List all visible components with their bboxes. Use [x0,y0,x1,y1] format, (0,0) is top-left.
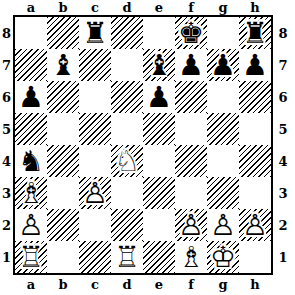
piece-black-knight-a4[interactable]: ♞♞ [15,145,47,177]
square-a8[interactable] [15,17,47,49]
square-h1[interactable] [239,241,271,273]
rank-label-8: 8 [273,17,293,49]
piece-black-pawn-f7[interactable]: ♟♟ [175,49,207,81]
square-a7[interactable] [15,49,47,81]
square-h5[interactable] [239,113,271,145]
rank-label-4: 4 [0,145,13,177]
square-g6[interactable] [207,81,239,113]
square-h7[interactable]: ♟♟ [239,49,271,81]
file-labels-bottom: abcdefgh [15,275,271,294]
rank-label-3: 3 [273,177,293,209]
square-f8[interactable]: ♚♚ [175,17,207,49]
file-label-f: f [175,275,207,294]
piece-black-pawn-a6[interactable]: ♟♟ [15,81,47,113]
square-g3[interactable] [207,177,239,209]
square-a6[interactable]: ♟♟ [15,81,47,113]
square-e8[interactable] [143,17,175,49]
square-c4[interactable] [79,145,111,177]
square-b3[interactable] [47,177,79,209]
square-a2[interactable]: ♟♙ [15,209,47,241]
file-label-d: d [111,275,143,294]
file-label-c: c [79,275,111,294]
square-e3[interactable] [143,177,175,209]
file-label-f: f [175,0,207,15]
piece-black-pawn-e6[interactable]: ♟♟ [143,81,175,113]
rank-label-8: 8 [0,17,13,49]
square-e1[interactable] [143,241,175,273]
piece-glyph: ♞ [18,145,44,177]
square-b1[interactable] [47,241,79,273]
square-c7[interactable] [79,49,111,81]
square-d8[interactable] [111,17,143,49]
piece-glyph: ♝ [50,49,76,81]
rank-label-4: 4 [273,145,293,177]
board-grid: ♜♜♚♚♜♜♝♝♝♝♟♟♟♟♟♟♟♟♟♟♞♞♞♘♝♗♟♙♟♙♟♙♟♙♟♙♜♖♜♖… [13,15,273,275]
piece-glyph: ♟ [210,49,236,81]
piece-white-bishop-a3[interactable]: ♝♗ [15,177,47,209]
piece-glyph: ♘ [114,145,140,177]
square-a3[interactable]: ♝♗ [15,177,47,209]
square-b6[interactable] [47,81,79,113]
piece-glyph: ♟ [242,49,268,81]
square-e7[interactable]: ♝♝ [143,49,175,81]
file-label-d: d [111,0,143,15]
chess-diagram: abcdefgh 87654321 87654321 abcdefgh ♜♜♚♚… [0,0,295,295]
square-c3[interactable]: ♟♙ [79,177,111,209]
square-b8[interactable] [47,17,79,49]
piece-glyph: ♗ [18,177,44,209]
square-g7[interactable]: ♟♟ [207,49,239,81]
piece-glyph: ♝ [146,49,172,81]
piece-white-pawn-f2[interactable]: ♟♙ [175,209,207,241]
piece-white-pawn-c3[interactable]: ♟♙ [79,177,111,209]
square-e2[interactable] [143,209,175,241]
square-f2[interactable]: ♟♙ [175,209,207,241]
file-label-e: e [143,275,175,294]
piece-white-king-g1[interactable]: ♚♔ [207,241,239,273]
piece-white-pawn-h2[interactable]: ♟♙ [239,209,271,241]
piece-black-bishop-b7[interactable]: ♝♝ [47,49,79,81]
rank-label-6: 6 [0,81,13,113]
square-a4[interactable]: ♞♞ [15,145,47,177]
square-d1[interactable]: ♜♖ [111,241,143,273]
square-h4[interactable] [239,145,271,177]
square-h3[interactable] [239,177,271,209]
file-label-a: a [15,0,47,15]
piece-glyph: ♟ [18,81,44,113]
square-f3[interactable] [175,177,207,209]
square-e4[interactable] [143,145,175,177]
piece-glyph: ♔ [210,241,236,273]
square-f1[interactable]: ♝♗ [175,241,207,273]
rank-label-6: 6 [273,81,293,113]
square-a1[interactable]: ♜♖ [15,241,47,273]
piece-black-pawn-h7[interactable]: ♟♟ [239,49,271,81]
piece-black-bishop-e7[interactable]: ♝♝ [143,49,175,81]
piece-black-king-f8[interactable]: ♚♚ [175,17,207,49]
piece-black-rook-h8[interactable]: ♜♜ [239,17,271,49]
square-g1[interactable]: ♚♔ [207,241,239,273]
rank-label-3: 3 [0,177,13,209]
piece-glyph: ♙ [210,209,236,241]
rank-label-5: 5 [273,113,293,145]
file-label-b: b [47,0,79,15]
piece-glyph: ♙ [82,177,108,209]
piece-glyph: ♟ [178,49,204,81]
square-g5[interactable] [207,113,239,145]
square-h2[interactable]: ♟♙ [239,209,271,241]
square-c5[interactable] [79,113,111,145]
rank-label-2: 2 [0,209,13,241]
square-f5[interactable] [175,113,207,145]
rank-label-7: 7 [0,49,13,81]
square-g8[interactable] [207,17,239,49]
piece-white-knight-d4[interactable]: ♞♘ [111,145,143,177]
square-d4[interactable]: ♞♘ [111,145,143,177]
piece-glyph: ♙ [178,209,204,241]
piece-white-rook-a1[interactable]: ♜♖ [15,241,47,273]
piece-glyph: ♜ [242,17,268,49]
square-b5[interactable] [47,113,79,145]
piece-black-rook-c8[interactable]: ♜♜ [79,17,111,49]
piece-glyph: ♟ [146,81,172,113]
rank-label-1: 1 [273,241,293,273]
file-label-a: a [15,275,47,294]
square-c1[interactable] [79,241,111,273]
square-d7[interactable] [111,49,143,81]
piece-glyph: ♜ [82,17,108,49]
file-label-h: h [239,275,271,294]
square-e5[interactable] [143,113,175,145]
piece-glyph: ♙ [242,209,268,241]
piece-glyph: ♖ [114,241,140,273]
square-f7[interactable]: ♟♟ [175,49,207,81]
piece-glyph: ♙ [18,209,44,241]
square-d5[interactable] [111,113,143,145]
square-c2[interactable] [79,209,111,241]
piece-white-bishop-f1[interactable]: ♝♗ [175,241,207,273]
square-f6[interactable] [175,81,207,113]
square-b2[interactable] [47,209,79,241]
piece-white-pawn-g2[interactable]: ♟♙ [207,209,239,241]
square-g2[interactable]: ♟♙ [207,209,239,241]
piece-glyph: ♚ [178,17,204,49]
square-a5[interactable] [15,113,47,145]
square-d3[interactable] [111,177,143,209]
rank-labels-right: 87654321 [273,17,293,273]
rank-label-1: 1 [0,241,13,273]
square-d6[interactable] [111,81,143,113]
square-h8[interactable]: ♜♜ [239,17,271,49]
rank-labels-left: 87654321 [0,17,13,273]
file-label-e: e [143,0,175,15]
file-labels-top: abcdefgh [15,0,271,15]
square-d2[interactable] [111,209,143,241]
file-label-c: c [79,0,111,15]
piece-white-pawn-a2[interactable]: ♟♙ [15,209,47,241]
rank-label-7: 7 [273,49,293,81]
piece-glyph: ♗ [178,241,204,273]
piece-glyph: ♖ [18,241,44,273]
square-b7[interactable]: ♝♝ [47,49,79,81]
rank-label-2: 2 [273,209,293,241]
square-c6[interactable] [79,81,111,113]
file-label-h: h [239,0,271,15]
file-label-g: g [207,0,239,15]
piece-black-pawn-g7[interactable]: ♟♟ [207,49,239,81]
square-c8[interactable]: ♜♜ [79,17,111,49]
square-e6[interactable]: ♟♟ [143,81,175,113]
square-h6[interactable] [239,81,271,113]
file-label-b: b [47,275,79,294]
square-f4[interactable] [175,145,207,177]
piece-white-rook-d1[interactable]: ♜♖ [111,241,143,273]
square-g4[interactable] [207,145,239,177]
rank-label-5: 5 [0,113,13,145]
square-b4[interactable] [47,145,79,177]
file-label-g: g [207,275,239,294]
